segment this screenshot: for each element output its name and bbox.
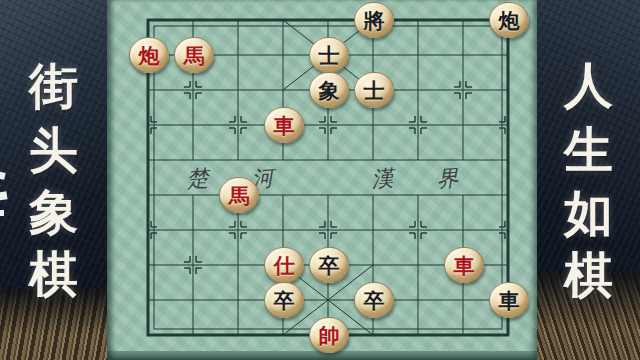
piece-black-soldier-f5r8[interactable]: 卒 <box>354 282 394 318</box>
piece-red-general-f4r9[interactable]: 帥 <box>309 317 349 353</box>
right-banner-char-1: 人 <box>537 57 640 113</box>
river-label-char-1: 楚 <box>186 165 213 192</box>
piece-red-cannon-f0r1[interactable]: 炮 <box>129 37 169 73</box>
piece-black-elephant-f4r2[interactable]: 象 <box>309 72 349 108</box>
piece-red-advisor-f3r7[interactable]: 仕 <box>264 247 304 283</box>
piece-character: 帥 <box>319 325 340 346</box>
piece-character: 仕 <box>274 255 295 276</box>
piece-character: 馬 <box>184 45 205 66</box>
piece-black-general-f5r0[interactable]: 將 <box>354 2 394 38</box>
river-label-char-3: 漢 <box>371 165 398 192</box>
piece-red-horse-f2r5[interactable]: 馬 <box>219 177 259 213</box>
left-banner-char-1: 街 <box>0 58 107 114</box>
piece-black-cannon-f8r0[interactable]: 炮 <box>489 2 529 38</box>
piece-character: 將 <box>364 10 385 31</box>
right-banner-char-4: 棋 <box>537 247 640 303</box>
piece-character: 卒 <box>364 290 385 311</box>
piece-character: 象 <box>319 80 340 101</box>
piece-character: 車 <box>454 255 475 276</box>
piece-red-horse-f1r1[interactable]: 馬 <box>174 37 214 73</box>
xiangqi-board: 楚河漢界 將炮炮馬士象士車馬仕卒車卒卒車帥 <box>107 0 537 360</box>
piece-black-advisor-f5r2[interactable]: 士 <box>354 72 394 108</box>
piece-character: 卒 <box>274 290 295 311</box>
piece-black-soldier-f3r8[interactable]: 卒 <box>264 282 304 318</box>
right-banner-char-2: 生 <box>537 122 640 178</box>
right-banner-char-3: 如 <box>537 185 640 241</box>
piece-black-soldier-f4r7[interactable]: 卒 <box>309 247 349 283</box>
piece-character: 車 <box>274 115 295 136</box>
left-banner-panel: 街头象棋 <box>0 0 107 360</box>
piece-character: 炮 <box>499 10 520 31</box>
left-banner-char-3: 象 <box>0 184 107 240</box>
piece-character: 卒 <box>319 255 340 276</box>
board-bottom-edge <box>107 351 537 360</box>
piece-character: 車 <box>499 290 520 311</box>
piece-black-advisor-f4r1[interactable]: 士 <box>309 37 349 73</box>
piece-red-chariot-f3r3[interactable]: 車 <box>264 107 304 143</box>
piece-character: 炮 <box>139 45 160 66</box>
piece-black-chariot-f8r8[interactable]: 車 <box>489 282 529 318</box>
xiangqi-scene: 街头象棋 楚河漢界 將炮炮馬士象士車馬仕卒車卒卒車帥 人生如棋 <box>0 0 640 360</box>
left-banner-char-4: 棋 <box>0 246 107 302</box>
piece-character: 士 <box>319 45 340 66</box>
right-banner-panel: 人生如棋 <box>537 0 640 360</box>
left-banner-char-2: 头 <box>0 122 107 178</box>
river-label-char-4: 界 <box>436 165 461 192</box>
piece-character: 馬 <box>229 185 250 206</box>
piece-character: 士 <box>364 80 385 101</box>
piece-red-chariot-f7r7[interactable]: 車 <box>444 247 484 283</box>
